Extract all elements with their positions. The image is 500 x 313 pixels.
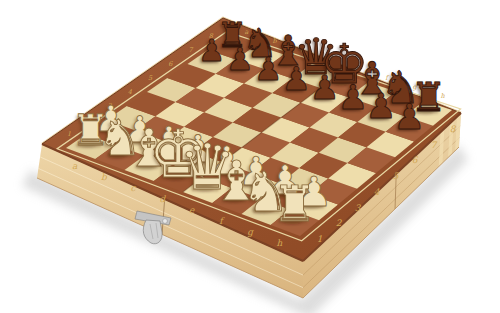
- piece-black-pawn[interactable]: ♟: [366, 90, 397, 125]
- piece-black-pawn[interactable]: ♟: [394, 98, 426, 133]
- piece-black-pawn[interactable]: ♟: [338, 81, 368, 115]
- piece-black-pawn[interactable]: ♟: [254, 54, 282, 86]
- chess-set-scene: aabbccddeeffgghh1122334455667788 ♜♞♝♚♛♝♞…: [0, 0, 500, 313]
- pieces-layer: ♜♞♝♚♛♝♞♜♟♟♟♟♟♟♟♟♟♟♟♟♟♟♟♟♜♞♝♛♚♝♞♜: [0, 0, 500, 313]
- piece-white-rook[interactable]: ♜: [273, 180, 318, 230]
- piece-black-pawn[interactable]: ♟: [282, 63, 311, 95]
- piece-black-pawn[interactable]: ♟: [226, 45, 254, 76]
- piece-black-pawn[interactable]: ♟: [198, 36, 225, 66]
- piece-black-pawn[interactable]: ♟: [310, 72, 340, 105]
